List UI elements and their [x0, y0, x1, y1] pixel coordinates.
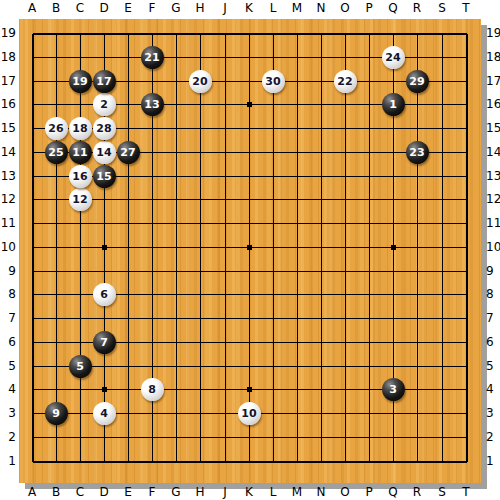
row-label-left: 14	[1, 146, 16, 158]
row-label-left: 7	[8, 312, 16, 324]
row-label-left: 9	[8, 265, 16, 277]
col-label-top: M	[292, 2, 302, 14]
row-label-right: 15	[486, 122, 500, 134]
col-label-top: C	[76, 2, 84, 14]
col-label-bottom: C	[76, 486, 84, 498]
row-label-left: 10	[1, 241, 16, 253]
star-point	[102, 245, 107, 250]
row-label-right: 1	[486, 455, 494, 467]
col-label-bottom: H	[195, 486, 204, 498]
col-label-bottom: K	[245, 486, 253, 498]
stone-white-20: 20	[189, 70, 212, 93]
col-label-top: L	[270, 2, 277, 14]
star-point	[391, 245, 396, 250]
stone-black-5: 5	[69, 355, 92, 378]
col-label-top: T	[462, 2, 469, 14]
row-label-right: 11	[486, 217, 500, 229]
row-label-right: 2	[486, 431, 494, 443]
stone-black-9: 9	[45, 402, 68, 425]
stone-white-12: 12	[69, 188, 92, 211]
col-label-top: J	[223, 2, 227, 14]
row-label-left: 16	[1, 98, 16, 110]
row-label-left: 18	[1, 51, 16, 63]
row-label-right: 4	[486, 383, 494, 395]
goban: 1234567891011121314151617181920212223242…	[0, 0, 500, 500]
col-label-bottom: E	[124, 486, 132, 498]
stone-white-18: 18	[69, 117, 92, 140]
col-label-bottom: A	[28, 486, 36, 498]
col-label-bottom: L	[270, 486, 277, 498]
col-label-top: A	[28, 2, 36, 14]
col-label-bottom: S	[438, 486, 446, 498]
stone-white-4: 4	[93, 402, 116, 425]
col-label-top: P	[365, 2, 372, 14]
col-label-bottom: Q	[388, 486, 397, 498]
col-label-bottom: R	[413, 486, 421, 498]
col-label-top: H	[195, 2, 204, 14]
stone-black-3: 3	[382, 378, 405, 401]
col-label-top: B	[52, 2, 60, 14]
col-label-bottom: N	[317, 486, 326, 498]
row-label-left: 15	[1, 122, 16, 134]
stone-black-11: 11	[69, 141, 92, 164]
stone-black-27: 27	[117, 141, 140, 164]
row-label-left: 12	[1, 193, 16, 205]
stone-black-19: 19	[69, 70, 92, 93]
col-label-bottom: O	[340, 486, 349, 498]
stone-white-10: 10	[238, 402, 261, 425]
row-label-right: 7	[486, 312, 494, 324]
row-label-left: 3	[8, 407, 16, 419]
row-label-left: 1	[8, 455, 16, 467]
row-label-right: 10	[486, 241, 500, 253]
row-label-right: 6	[486, 336, 494, 348]
row-label-left: 5	[8, 360, 16, 372]
col-label-bottom: P	[365, 486, 372, 498]
row-label-right: 16	[486, 98, 500, 110]
stone-white-6: 6	[93, 283, 116, 306]
col-label-top: R	[413, 2, 421, 14]
col-label-top: E	[124, 2, 132, 14]
row-label-right: 13	[486, 170, 500, 182]
col-label-bottom: B	[52, 486, 60, 498]
row-label-left: 11	[1, 217, 16, 229]
col-label-top: S	[438, 2, 446, 14]
row-label-right: 14	[486, 146, 500, 158]
stone-black-1: 1	[382, 93, 405, 116]
col-label-bottom: D	[99, 486, 108, 498]
row-label-left: 17	[1, 75, 16, 87]
row-label-right: 18	[486, 51, 500, 63]
col-label-top: O	[340, 2, 349, 14]
stone-black-25: 25	[45, 141, 68, 164]
col-label-top: G	[171, 2, 180, 14]
stone-black-13: 13	[141, 93, 164, 116]
col-label-bottom: J	[223, 486, 227, 498]
col-label-top: F	[149, 2, 156, 14]
col-label-top: N	[317, 2, 326, 14]
stone-black-15: 15	[93, 165, 116, 188]
col-label-top: Q	[388, 2, 397, 14]
stone-black-17: 17	[93, 70, 116, 93]
star-point	[102, 387, 107, 392]
stone-black-21: 21	[141, 46, 164, 69]
row-label-left: 4	[8, 383, 16, 395]
stone-white-14: 14	[93, 141, 116, 164]
row-label-right: 19	[486, 27, 500, 39]
col-label-top: D	[99, 2, 108, 14]
row-label-right: 12	[486, 193, 500, 205]
stone-white-24: 24	[382, 46, 405, 69]
stone-white-22: 22	[334, 70, 357, 93]
row-label-right: 5	[486, 360, 494, 372]
row-label-left: 2	[8, 431, 16, 443]
row-label-left: 8	[8, 288, 16, 300]
star-point	[247, 387, 252, 392]
stone-white-26: 26	[45, 117, 68, 140]
col-label-bottom: F	[149, 486, 156, 498]
row-label-left: 19	[1, 27, 16, 39]
stone-white-8: 8	[141, 378, 164, 401]
stone-white-16: 16	[69, 165, 92, 188]
star-point	[247, 102, 252, 107]
star-point	[247, 245, 252, 250]
row-label-right: 17	[486, 75, 500, 87]
row-label-right: 3	[486, 407, 494, 419]
col-label-bottom: T	[462, 486, 469, 498]
col-label-bottom: M	[292, 486, 302, 498]
row-label-right: 9	[486, 265, 494, 277]
stone-white-28: 28	[93, 117, 116, 140]
board-wood[interactable]: 1234567891011121314151617181920212223242…	[19, 19, 481, 483]
stone-white-30: 30	[262, 70, 285, 93]
stone-black-29: 29	[406, 70, 429, 93]
stone-black-7: 7	[93, 331, 116, 354]
stone-white-2: 2	[93, 93, 116, 116]
row-label-right: 8	[486, 288, 494, 300]
row-label-left: 13	[1, 170, 16, 182]
col-label-top: K	[245, 2, 253, 14]
row-label-left: 6	[8, 336, 16, 348]
stone-black-23: 23	[406, 141, 429, 164]
col-label-bottom: G	[171, 486, 180, 498]
